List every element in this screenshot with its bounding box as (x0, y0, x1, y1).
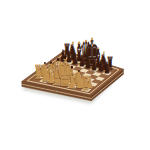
hinge-1 (56, 90, 58, 92)
chess-board (0, 0, 150, 150)
hinge-3 (100, 90, 102, 92)
chess-set-photo: ♜♞♝♛♚♝♞♜♟♟♟♟♟♟♟♟♟♟♟♟♟♟♟♟♜♞♝♛♚♝♞♜ (0, 0, 150, 150)
hinge-2 (85, 96, 87, 98)
